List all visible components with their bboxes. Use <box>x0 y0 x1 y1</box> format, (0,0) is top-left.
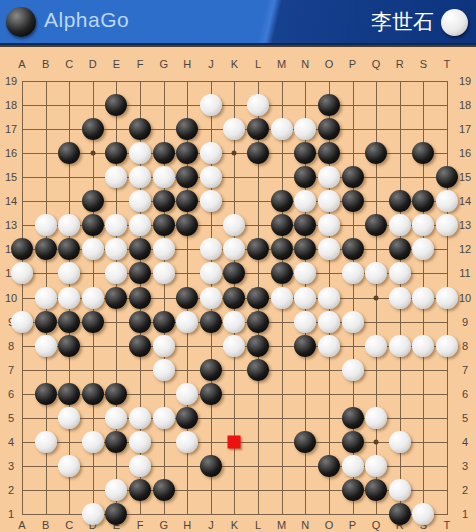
coordinate-label-right: 14 <box>459 195 471 207</box>
coordinate-label-top: C <box>65 58 73 70</box>
white-stone-G11[interactable] <box>153 262 175 284</box>
white-stone-D1[interactable] <box>82 503 104 525</box>
coordinate-label-right: 13 <box>459 219 471 231</box>
white-stone-O9[interactable] <box>318 311 340 333</box>
coordinate-label-right: 3 <box>462 460 468 472</box>
coordinate-label-top: N <box>301 58 309 70</box>
white-stone-C5[interactable] <box>58 407 80 429</box>
black-stone-F2[interactable] <box>129 479 151 501</box>
coordinate-label-top: O <box>325 58 334 70</box>
coordinate-label-bottom: T <box>444 519 451 531</box>
white-stone-A9[interactable] <box>11 311 33 333</box>
black-stone-E1[interactable] <box>105 503 127 525</box>
coordinate-label-left: 10 <box>5 292 17 304</box>
coordinate-label-right: 12 <box>459 243 471 255</box>
white-stone-C3[interactable] <box>58 455 80 477</box>
white-stone-T13[interactable] <box>436 214 458 236</box>
white-stone-E11[interactable] <box>105 262 127 284</box>
white-stone-G12[interactable] <box>153 238 175 260</box>
white-stone-M17[interactable] <box>271 118 293 140</box>
white-stone-J11[interactable] <box>200 262 222 284</box>
coordinate-label-top: M <box>277 58 286 70</box>
white-stone-K9[interactable] <box>223 311 245 333</box>
coordinate-label-left: 7 <box>8 364 14 376</box>
coordinate-label-bottom: B <box>42 519 49 531</box>
coordinate-label-right: 15 <box>459 171 471 183</box>
coordinate-label-bottom: H <box>183 519 191 531</box>
white-stone-F16[interactable] <box>129 142 151 164</box>
white-stone-O15[interactable] <box>318 166 340 188</box>
star-point <box>374 439 379 444</box>
black-stone-N13[interactable] <box>294 214 316 236</box>
black-stone-G13[interactable] <box>153 214 175 236</box>
white-stone-J10[interactable] <box>200 287 222 309</box>
black-stone-M13[interactable] <box>271 214 293 236</box>
black-stone-O17[interactable] <box>318 118 340 140</box>
coordinate-label-bottom: A <box>18 519 25 531</box>
white-stone-O10[interactable] <box>318 287 340 309</box>
black-stone-L7[interactable] <box>247 359 269 381</box>
black-stone-E16[interactable] <box>105 142 127 164</box>
coordinate-label-right: 10 <box>459 292 471 304</box>
white-stone-G15[interactable] <box>153 166 175 188</box>
white-stone-J15[interactable] <box>200 166 222 188</box>
white-stone-H9[interactable] <box>176 311 198 333</box>
white-stone-E13[interactable] <box>105 214 127 236</box>
black-stone-F17[interactable] <box>129 118 151 140</box>
white-stone-M10[interactable] <box>271 287 293 309</box>
coordinate-label-right: 1 <box>462 508 468 520</box>
white-stone-R4[interactable] <box>389 431 411 453</box>
white-stone-C13[interactable] <box>58 214 80 236</box>
coordinate-label-bottom: M <box>277 519 286 531</box>
coordinate-label-bottom: J <box>208 519 214 531</box>
star-point <box>90 151 95 156</box>
black-stone-S16[interactable] <box>412 142 434 164</box>
black-stone-L8[interactable] <box>247 335 269 357</box>
black-stone-D14[interactable] <box>82 190 104 212</box>
white-stone-F5[interactable] <box>129 407 151 429</box>
coordinate-label-left: 1 <box>8 508 14 520</box>
black-stone-P4[interactable] <box>342 431 364 453</box>
coordinate-label-bottom: O <box>325 519 334 531</box>
black-stone-F10[interactable] <box>129 287 151 309</box>
white-stone-Q8[interactable] <box>365 335 387 357</box>
board-frame-edge <box>0 45 476 47</box>
black-stone-L9[interactable] <box>247 311 269 333</box>
black-stone-O18[interactable] <box>318 94 340 116</box>
white-stone-L18[interactable] <box>247 94 269 116</box>
coordinate-label-top: L <box>255 58 261 70</box>
white-stone-S13[interactable] <box>412 214 434 236</box>
white-stone-K12[interactable] <box>223 238 245 260</box>
white-stone-A11[interactable] <box>11 262 33 284</box>
white-stone-S12[interactable] <box>412 238 434 260</box>
black-stone-C9[interactable] <box>58 311 80 333</box>
coordinate-label-left: 5 <box>8 412 14 424</box>
coordinate-label-bottom: F <box>137 519 144 531</box>
black-stone-H14[interactable] <box>176 190 198 212</box>
black-stone-P14[interactable] <box>342 190 364 212</box>
black-stone-B9[interactable] <box>35 311 57 333</box>
white-stone-K17[interactable] <box>223 118 245 140</box>
coordinate-label-right: 16 <box>459 147 471 159</box>
white-stone-R13[interactable] <box>389 214 411 236</box>
white-stone-R11[interactable] <box>389 262 411 284</box>
black-stone-Q2[interactable] <box>365 479 387 501</box>
coordinate-label-left: 18 <box>5 99 17 111</box>
white-stone-F4[interactable] <box>129 431 151 453</box>
grid-line-horizontal <box>22 370 448 371</box>
black-stone-H16[interactable] <box>176 142 198 164</box>
black-stone-G14[interactable] <box>153 190 175 212</box>
coordinate-label-top: H <box>183 58 191 70</box>
black-stone-C6[interactable] <box>58 383 80 405</box>
coordinate-label-bottom: G <box>159 519 168 531</box>
white-stone-N14[interactable] <box>294 190 316 212</box>
black-stone-E18[interactable] <box>105 94 127 116</box>
coordinate-label-bottom: N <box>301 519 309 531</box>
black-stone-P12[interactable] <box>342 238 364 260</box>
white-player-stone-icon <box>441 9 468 36</box>
black-player-stone-icon <box>6 7 36 37</box>
go-app-window: AlphaGo 李世石 AABBCCDDEEFFGGHHJJKKLLMMNNOO… <box>0 0 476 532</box>
left-player-name: AlphaGo <box>44 8 129 32</box>
coordinate-label-top: J <box>208 58 214 70</box>
black-stone-K10[interactable] <box>223 287 245 309</box>
white-stone-C11[interactable] <box>58 262 80 284</box>
coordinate-label-top: D <box>89 58 97 70</box>
white-stone-R2[interactable] <box>389 479 411 501</box>
black-stone-N8[interactable] <box>294 335 316 357</box>
coordinate-label-bottom: C <box>65 519 73 531</box>
black-stone-R14[interactable] <box>389 190 411 212</box>
coordinate-label-right: 9 <box>462 316 468 328</box>
black-stone-L17[interactable] <box>247 118 269 140</box>
white-stone-Q3[interactable] <box>365 455 387 477</box>
white-stone-B8[interactable] <box>35 335 57 357</box>
white-stone-J14[interactable] <box>200 190 222 212</box>
white-stone-H6[interactable] <box>176 383 198 405</box>
black-stone-B6[interactable] <box>35 383 57 405</box>
white-stone-J18[interactable] <box>200 94 222 116</box>
coordinate-label-left: 4 <box>8 436 14 448</box>
coordinate-label-left: 15 <box>5 171 17 183</box>
coordinate-label-top: B <box>42 58 49 70</box>
coordinate-label-top: A <box>18 58 25 70</box>
black-stone-P2[interactable] <box>342 479 364 501</box>
coordinate-label-bottom: L <box>255 519 261 531</box>
coordinate-label-top: P <box>349 58 356 70</box>
white-stone-J16[interactable] <box>200 142 222 164</box>
right-player-name: 李世石 <box>371 8 434 36</box>
coordinate-label-top: S <box>420 58 427 70</box>
white-stone-G8[interactable] <box>153 335 175 357</box>
coordinate-label-right: 18 <box>459 99 471 111</box>
black-stone-H13[interactable] <box>176 214 198 236</box>
black-stone-A12[interactable] <box>11 238 33 260</box>
black-stone-N15[interactable] <box>294 166 316 188</box>
coordinate-label-left: 13 <box>5 219 17 231</box>
white-stone-O12[interactable] <box>318 238 340 260</box>
black-stone-O3[interactable] <box>318 455 340 477</box>
coordinate-label-right: 11 <box>459 267 470 279</box>
white-stone-N9[interactable] <box>294 311 316 333</box>
black-stone-N4[interactable] <box>294 431 316 453</box>
black-stone-N16[interactable] <box>294 142 316 164</box>
white-stone-N17[interactable] <box>294 118 316 140</box>
black-stone-S14[interactable] <box>412 190 434 212</box>
black-stone-Q13[interactable] <box>365 214 387 236</box>
black-stone-F11[interactable] <box>129 262 151 284</box>
white-stone-B10[interactable] <box>35 287 57 309</box>
white-stone-D10[interactable] <box>82 287 104 309</box>
black-stone-E4[interactable] <box>105 431 127 453</box>
black-stone-R12[interactable] <box>389 238 411 260</box>
white-stone-K8[interactable] <box>223 335 245 357</box>
coordinate-label-right: 4 <box>462 436 468 448</box>
white-stone-T14[interactable] <box>436 190 458 212</box>
black-stone-L16[interactable] <box>247 142 269 164</box>
star-point <box>232 151 237 156</box>
white-stone-R10[interactable] <box>389 287 411 309</box>
coordinate-label-left: 19 <box>5 75 17 87</box>
coordinate-label-left: 2 <box>8 484 14 496</box>
black-stone-E10[interactable] <box>105 287 127 309</box>
white-stone-B13[interactable] <box>35 214 57 236</box>
coordinate-label-right: 6 <box>462 388 468 400</box>
coordinate-label-left: 17 <box>5 123 17 135</box>
black-stone-H15[interactable] <box>176 166 198 188</box>
coordinate-label-right: 19 <box>459 75 471 87</box>
coordinate-label-top: E <box>113 58 120 70</box>
white-stone-F15[interactable] <box>129 166 151 188</box>
white-stone-D4[interactable] <box>82 431 104 453</box>
coordinate-label-right: 5 <box>462 412 468 424</box>
black-stone-G16[interactable] <box>153 142 175 164</box>
coordinate-label-left: 8 <box>8 340 14 352</box>
black-stone-C8[interactable] <box>58 335 80 357</box>
coordinate-label-top: G <box>159 58 168 70</box>
black-stone-O16[interactable] <box>318 142 340 164</box>
black-stone-G9[interactable] <box>153 311 175 333</box>
black-stone-P5[interactable] <box>342 407 364 429</box>
coordinate-label-right: 7 <box>462 364 468 376</box>
white-stone-O13[interactable] <box>318 214 340 236</box>
black-stone-M14[interactable] <box>271 190 293 212</box>
white-stone-Q11[interactable] <box>365 262 387 284</box>
black-stone-B12[interactable] <box>35 238 57 260</box>
black-stone-M12[interactable] <box>271 238 293 260</box>
coordinate-label-right: 2 <box>462 484 468 496</box>
white-stone-P9[interactable] <box>342 311 364 333</box>
white-stone-B4[interactable] <box>35 431 57 453</box>
coordinate-label-bottom: K <box>231 519 238 531</box>
white-stone-R8[interactable] <box>389 335 411 357</box>
white-stone-J12[interactable] <box>200 238 222 260</box>
white-stone-E12[interactable] <box>105 238 127 260</box>
white-stone-C10[interactable] <box>58 287 80 309</box>
black-stone-T15[interactable] <box>436 166 458 188</box>
coordinate-label-left: 3 <box>8 460 14 472</box>
coordinate-label-right: 17 <box>459 123 471 135</box>
coordinate-label-left: 16 <box>5 147 17 159</box>
white-stone-Q5[interactable] <box>365 407 387 429</box>
white-stone-O14[interactable] <box>318 190 340 212</box>
coordinate-label-left: 14 <box>5 195 17 207</box>
white-stone-F14[interactable] <box>129 190 151 212</box>
coordinate-label-top: R <box>396 58 404 70</box>
black-stone-H10[interactable] <box>176 287 198 309</box>
white-stone-E15[interactable] <box>105 166 127 188</box>
white-stone-N11[interactable] <box>294 262 316 284</box>
black-stone-Q16[interactable] <box>365 142 387 164</box>
black-stone-K11[interactable] <box>223 262 245 284</box>
white-stone-K13[interactable] <box>223 214 245 236</box>
white-stone-F13[interactable] <box>129 214 151 236</box>
white-stone-N10[interactable] <box>294 287 316 309</box>
coordinate-label-top: Q <box>372 58 381 70</box>
coordinate-label-bottom: Q <box>372 519 381 531</box>
black-stone-F12[interactable] <box>129 238 151 260</box>
white-stone-T10[interactable] <box>436 287 458 309</box>
white-stone-G7[interactable] <box>153 359 175 381</box>
coordinate-label-top: F <box>137 58 144 70</box>
coordinate-label-right: 8 <box>462 340 468 352</box>
black-stone-E6[interactable] <box>105 383 127 405</box>
white-stone-S10[interactable] <box>412 287 434 309</box>
black-stone-J6[interactable] <box>200 383 222 405</box>
black-stone-D6[interactable] <box>82 383 104 405</box>
white-stone-P11[interactable] <box>342 262 364 284</box>
white-stone-H4[interactable] <box>176 431 198 453</box>
white-stone-T8[interactable] <box>436 335 458 357</box>
star-point <box>374 295 379 300</box>
black-stone-D9[interactable] <box>82 311 104 333</box>
black-stone-J7[interactable] <box>200 359 222 381</box>
black-stone-H5[interactable] <box>176 407 198 429</box>
black-stone-J3[interactable] <box>200 455 222 477</box>
go-board[interactable]: AABBCCDDEEFFGGHHJJKKLLMMNNOOPPQQRRSSTT19… <box>0 45 476 532</box>
white-stone-P3[interactable] <box>342 455 364 477</box>
white-stone-E5[interactable] <box>105 407 127 429</box>
white-stone-O8[interactable] <box>318 335 340 357</box>
white-stone-P7[interactable] <box>342 359 364 381</box>
coordinate-label-left: 6 <box>8 388 14 400</box>
coordinate-label-top: K <box>231 58 238 70</box>
black-stone-N12[interactable] <box>294 238 316 260</box>
coordinate-label-top: T <box>444 58 451 70</box>
black-stone-R1[interactable] <box>389 503 411 525</box>
black-stone-J9[interactable] <box>200 311 222 333</box>
white-stone-D12[interactable] <box>82 238 104 260</box>
white-stone-G5[interactable] <box>153 407 175 429</box>
black-stone-H17[interactable] <box>176 118 198 140</box>
white-stone-E2[interactable] <box>105 479 127 501</box>
black-stone-F8[interactable] <box>129 335 151 357</box>
black-stone-F9[interactable] <box>129 311 151 333</box>
black-stone-P15[interactable] <box>342 166 364 188</box>
black-stone-C16[interactable] <box>58 142 80 164</box>
black-stone-D13[interactable] <box>82 214 104 236</box>
player-header-bar: AlphaGo 李世石 <box>0 0 476 45</box>
white-stone-S1[interactable] <box>412 503 434 525</box>
white-stone-S8[interactable] <box>412 335 434 357</box>
black-stone-G2[interactable] <box>153 479 175 501</box>
white-stone-F3[interactable] <box>129 455 151 477</box>
black-stone-D17[interactable] <box>82 118 104 140</box>
black-stone-L12[interactable] <box>247 238 269 260</box>
black-stone-L10[interactable] <box>247 287 269 309</box>
coordinate-label-bottom: P <box>349 519 356 531</box>
black-stone-C12[interactable] <box>58 238 80 260</box>
current-move-marker <box>228 435 241 448</box>
black-stone-M11[interactable] <box>271 262 293 284</box>
